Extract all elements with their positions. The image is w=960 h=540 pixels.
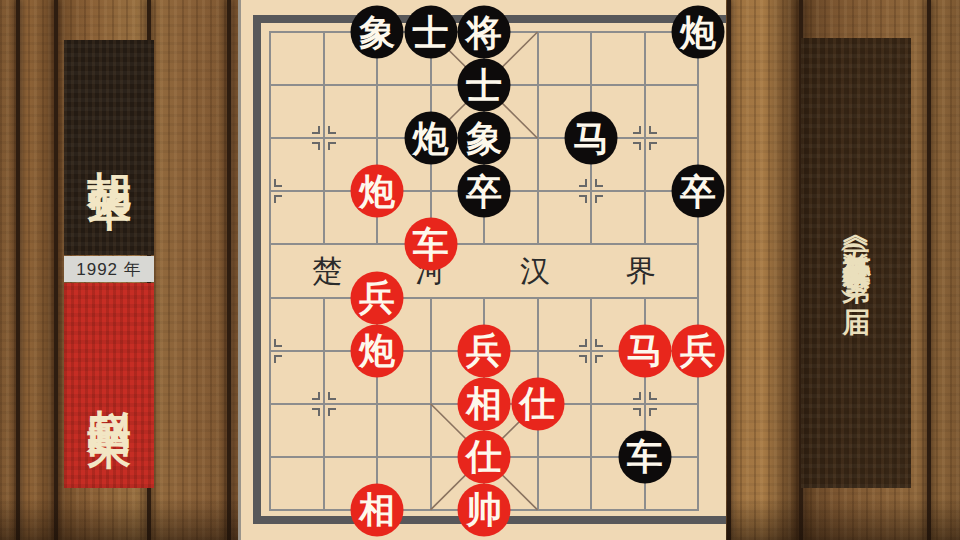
- pieces-layer: 象士将炮士炮象马卒卒车炮车兵炮兵马兵相仕仕相帅: [241, 0, 726, 540]
- piece-black-象[interactable]: 象: [458, 112, 511, 165]
- red-player-name: 赵国荣: [80, 374, 139, 398]
- wood-seam: [927, 0, 931, 540]
- xiangqi-board: 楚 河 汉 界 象士将炮士炮象马卒卒车炮车兵炮兵马兵相仕仕相帅: [241, 0, 726, 540]
- piece-black-炮[interactable]: 炮: [672, 6, 725, 59]
- piece-black-士[interactable]: 士: [458, 59, 511, 112]
- piece-red-兵[interactable]: 兵: [351, 271, 404, 324]
- black-player-plaque: 胡荣华: [64, 40, 154, 255]
- wood-seam: [16, 0, 20, 540]
- piece-red-仕[interactable]: 仕: [458, 430, 511, 483]
- red-player-plaque: 赵国荣: [64, 283, 154, 488]
- event-plaque: 《五羊杯》象棋赛(第13届): [801, 38, 911, 488]
- black-player-name: 胡荣华: [80, 136, 139, 160]
- screenshot-root: 胡荣华 1992 年 赵国荣 楚 河 汉 界 象士将炮士炮象马卒卒车炮车兵炮兵马…: [0, 0, 960, 540]
- piece-red-车[interactable]: 车: [404, 218, 457, 271]
- piece-red-炮[interactable]: 炮: [351, 165, 404, 218]
- piece-red-炮[interactable]: 炮: [351, 324, 404, 377]
- wood-seam: [727, 0, 731, 540]
- piece-red-相[interactable]: 相: [351, 483, 404, 536]
- event-title: 《五羊杯》象棋赛(第13届): [837, 226, 875, 301]
- piece-red-相[interactable]: 相: [458, 377, 511, 430]
- piece-red-仕[interactable]: 仕: [511, 377, 564, 430]
- year-label-box: 1992 年: [64, 256, 154, 282]
- wood-seam: [54, 0, 58, 540]
- piece-black-马[interactable]: 马: [565, 112, 618, 165]
- year-label: 1992 年: [76, 258, 142, 281]
- piece-red-兵[interactable]: 兵: [458, 324, 511, 377]
- piece-black-象[interactable]: 象: [351, 6, 404, 59]
- piece-red-兵[interactable]: 兵: [672, 324, 725, 377]
- piece-black-士[interactable]: 士: [404, 6, 457, 59]
- piece-red-马[interactable]: 马: [618, 324, 671, 377]
- piece-black-卒[interactable]: 卒: [672, 165, 725, 218]
- piece-black-将[interactable]: 将: [458, 6, 511, 59]
- piece-black-卒[interactable]: 卒: [458, 165, 511, 218]
- piece-black-炮[interactable]: 炮: [404, 112, 457, 165]
- wood-seam: [227, 0, 231, 540]
- piece-black-车[interactable]: 车: [618, 430, 671, 483]
- piece-red-帅[interactable]: 帅: [458, 483, 511, 536]
